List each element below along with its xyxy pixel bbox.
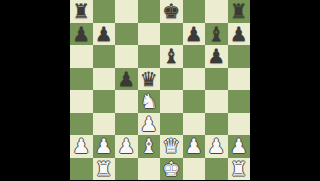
square-d6[interactable] xyxy=(138,45,161,68)
square-f2[interactable]: ♟ xyxy=(183,135,206,158)
square-f1[interactable] xyxy=(183,158,206,181)
square-e6[interactable]: ♝ xyxy=(160,45,183,68)
white-pawn-piece: ♟ xyxy=(117,136,135,156)
black-pawn-piece: ♟ xyxy=(185,24,203,44)
square-d8[interactable] xyxy=(138,0,161,23)
square-b1[interactable]: ♜ xyxy=(93,158,116,181)
square-b2[interactable]: ♟ xyxy=(93,135,116,158)
white-pawn-piece: ♟ xyxy=(230,136,248,156)
black-pawn-piece: ♟ xyxy=(72,24,90,44)
square-c5[interactable]: ♟ xyxy=(115,68,138,91)
square-h3[interactable] xyxy=(228,113,251,136)
square-e4[interactable] xyxy=(160,90,183,113)
square-f3[interactable] xyxy=(183,113,206,136)
black-pawn-piece: ♟ xyxy=(95,24,113,44)
square-d5[interactable]: ♛ xyxy=(138,68,161,91)
square-d7[interactable] xyxy=(138,23,161,46)
square-b7[interactable]: ♟ xyxy=(93,23,116,46)
square-a6[interactable] xyxy=(70,45,93,68)
square-h2[interactable]: ♟ xyxy=(228,135,251,158)
square-b3[interactable] xyxy=(93,113,116,136)
square-c7[interactable] xyxy=(115,23,138,46)
chess-board: ♜♚♜♟♟♟♝♟♝♟♟♛♞♟♟♟♟♝♛♟♟♟♜♚♜ xyxy=(70,0,250,180)
square-a4[interactable] xyxy=(70,90,93,113)
black-pawn-piece: ♟ xyxy=(117,69,135,89)
white-pawn-piece: ♟ xyxy=(185,136,203,156)
square-a8[interactable]: ♜ xyxy=(70,0,93,23)
square-b6[interactable] xyxy=(93,45,116,68)
square-f4[interactable] xyxy=(183,90,206,113)
square-h5[interactable] xyxy=(228,68,251,91)
square-e7[interactable] xyxy=(160,23,183,46)
black-pawn-piece: ♟ xyxy=(230,24,248,44)
square-h4[interactable] xyxy=(228,90,251,113)
square-f7[interactable]: ♟ xyxy=(183,23,206,46)
square-b5[interactable] xyxy=(93,68,116,91)
square-e2[interactable]: ♛ xyxy=(160,135,183,158)
black-pawn-piece: ♟ xyxy=(207,46,225,66)
square-c3[interactable] xyxy=(115,113,138,136)
black-king-piece: ♚ xyxy=(162,1,180,21)
letterbox-right xyxy=(250,0,320,180)
square-a2[interactable]: ♟ xyxy=(70,135,93,158)
square-c6[interactable] xyxy=(115,45,138,68)
white-pawn-piece: ♟ xyxy=(95,136,113,156)
letterbox-left xyxy=(0,0,70,180)
square-d1[interactable] xyxy=(138,158,161,181)
square-c1[interactable] xyxy=(115,158,138,181)
square-c4[interactable] xyxy=(115,90,138,113)
square-g1[interactable] xyxy=(205,158,228,181)
square-e5[interactable] xyxy=(160,68,183,91)
square-g5[interactable] xyxy=(205,68,228,91)
square-g7[interactable]: ♝ xyxy=(205,23,228,46)
black-rook-piece: ♜ xyxy=(72,1,90,21)
square-e3[interactable] xyxy=(160,113,183,136)
black-rook-piece: ♜ xyxy=(230,1,248,21)
white-bishop-piece: ♝ xyxy=(140,136,158,156)
black-bishop-piece: ♝ xyxy=(162,46,180,66)
square-h6[interactable] xyxy=(228,45,251,68)
square-g8[interactable] xyxy=(205,0,228,23)
white-rook-piece: ♜ xyxy=(230,159,248,179)
square-b8[interactable] xyxy=(93,0,116,23)
square-f5[interactable] xyxy=(183,68,206,91)
square-g6[interactable]: ♟ xyxy=(205,45,228,68)
white-rook-piece: ♜ xyxy=(95,159,113,179)
square-a1[interactable] xyxy=(70,158,93,181)
square-d4[interactable]: ♞ xyxy=(138,90,161,113)
white-pawn-piece: ♟ xyxy=(72,136,90,156)
square-a3[interactable] xyxy=(70,113,93,136)
square-h1[interactable]: ♜ xyxy=(228,158,251,181)
square-f8[interactable] xyxy=(183,0,206,23)
square-a5[interactable] xyxy=(70,68,93,91)
square-a7[interactable]: ♟ xyxy=(70,23,93,46)
square-g3[interactable] xyxy=(205,113,228,136)
square-c2[interactable]: ♟ xyxy=(115,135,138,158)
square-g4[interactable] xyxy=(205,90,228,113)
square-g2[interactable]: ♟ xyxy=(205,135,228,158)
white-pawn-piece: ♟ xyxy=(140,114,158,134)
square-h8[interactable]: ♜ xyxy=(228,0,251,23)
square-e1[interactable]: ♚ xyxy=(160,158,183,181)
black-queen-piece: ♛ xyxy=(140,69,158,89)
square-e8[interactable]: ♚ xyxy=(160,0,183,23)
video-frame: ♜♚♜♟♟♟♝♟♝♟♟♛♞♟♟♟♟♝♛♟♟♟♜♚♜ xyxy=(0,0,320,180)
square-d3[interactable]: ♟ xyxy=(138,113,161,136)
square-d2[interactable]: ♝ xyxy=(138,135,161,158)
white-king-piece: ♚ xyxy=(162,159,180,179)
square-f6[interactable] xyxy=(183,45,206,68)
white-knight-piece: ♞ xyxy=(140,91,158,111)
white-queen-piece: ♛ xyxy=(162,136,180,156)
square-h7[interactable]: ♟ xyxy=(228,23,251,46)
square-b4[interactable] xyxy=(93,90,116,113)
black-bishop-piece: ♝ xyxy=(207,24,225,44)
white-pawn-piece: ♟ xyxy=(207,136,225,156)
square-c8[interactable] xyxy=(115,0,138,23)
